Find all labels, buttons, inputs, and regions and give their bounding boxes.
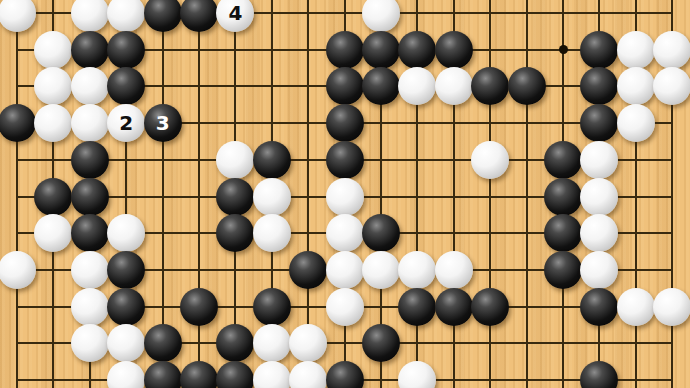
stone-white [617,288,655,326]
move-number-label: 4 [228,3,242,23]
stone-black [107,251,145,289]
stone-white [435,251,473,289]
stone-white [216,141,254,179]
stone-white [580,178,618,216]
stone-black [435,288,473,326]
stone-black [253,141,291,179]
stone-white [253,178,291,216]
stone-white [326,214,364,252]
stone-black [508,67,546,105]
stone-black [580,288,618,326]
stone-white [435,67,473,105]
stone-black [71,178,109,216]
stone-white [0,251,36,289]
stone-white [326,288,364,326]
stone-black [398,288,436,326]
stone-white [617,31,655,69]
stone-black [362,31,400,69]
stone-white [34,31,72,69]
stone-black [435,31,473,69]
stone-black [326,141,364,179]
stone-black [71,31,109,69]
stone-black [544,178,582,216]
stone-black: 3 [144,104,182,142]
stone-white [653,288,690,326]
stone-black [471,288,509,326]
stone-black [34,178,72,216]
stone-white [71,251,109,289]
stone-black [71,214,109,252]
stone-black [144,361,182,388]
stone-black [326,361,364,388]
stone-white [253,324,291,362]
star-point [559,45,568,54]
stone-black [71,141,109,179]
stone-black [326,67,364,105]
stone-black [326,31,364,69]
stone-black [253,288,291,326]
stone-black [544,141,582,179]
stone-white [653,31,690,69]
stone-white [617,67,655,105]
stone-white [653,67,690,105]
stone-black [144,324,182,362]
stone-white [326,178,364,216]
move-number-label: 2 [119,113,133,133]
stone-white [580,141,618,179]
stone-black [362,214,400,252]
stone-white [71,104,109,142]
stone-white [617,104,655,142]
stone-black [289,251,327,289]
stone-black [107,288,145,326]
stone-black [544,214,582,252]
stone-black [544,251,582,289]
stone-white [71,324,109,362]
grid-line-vertical [198,0,200,388]
stone-black [326,104,364,142]
stone-black [580,31,618,69]
stone-white [253,214,291,252]
stone-white [362,251,400,289]
stone-white [71,288,109,326]
stone-white [471,141,509,179]
go-board[interactable]: 423 [0,0,690,388]
stone-black [107,31,145,69]
stone-black [180,288,218,326]
stone-white [71,67,109,105]
stone-white [326,251,364,289]
move-number-label: 3 [156,113,170,133]
grid-line-vertical [526,0,528,388]
grid-line-vertical [16,0,18,388]
grid-line-vertical [489,0,491,388]
stone-black [398,31,436,69]
stone-black [216,178,254,216]
